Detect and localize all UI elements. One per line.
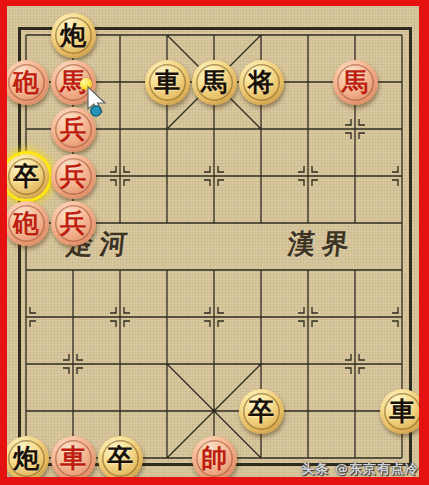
piece-black-general[interactable]: 将 — [239, 60, 284, 105]
piece-glyph: 帥 — [196, 440, 233, 477]
piece-black-soldier[interactable]: 卒 — [4, 154, 49, 199]
piece-glyph: 卒 — [8, 158, 45, 195]
piece-red-horse[interactable]: 馬 — [333, 60, 378, 105]
mouse-cursor-icon — [84, 84, 114, 118]
piece-glyph: 炮 — [8, 440, 45, 477]
piece-black-cannon[interactable]: 炮 — [51, 13, 96, 58]
xiangqi-app-screenshot: 楚河 漢界 炮砲馬車馬将馬兵卒兵砲兵卒車炮車卒帥 头条 @东京有点冷 — [0, 0, 429, 485]
pieces-layer: 炮砲馬車馬将馬兵卒兵砲兵卒車炮車卒帥 — [0, 0, 429, 485]
piece-glyph: 兵 — [55, 205, 92, 242]
piece-red-general[interactable]: 帥 — [192, 436, 237, 481]
piece-red-cannon[interactable]: 砲 — [4, 60, 49, 105]
piece-glyph: 砲 — [8, 205, 45, 242]
piece-black-cannon[interactable]: 炮 — [4, 436, 49, 481]
piece-red-soldier[interactable]: 兵 — [51, 154, 96, 199]
piece-glyph: 兵 — [55, 158, 92, 195]
piece-glyph: 馬 — [196, 64, 233, 101]
piece-glyph: 炮 — [55, 17, 92, 54]
piece-black-soldier[interactable]: 卒 — [239, 389, 284, 434]
piece-red-soldier[interactable]: 兵 — [51, 201, 96, 246]
piece-black-soldier[interactable]: 卒 — [98, 436, 143, 481]
piece-red-chariot[interactable]: 車 — [51, 436, 96, 481]
piece-glyph: 車 — [149, 64, 186, 101]
piece-red-cannon[interactable]: 砲 — [4, 201, 49, 246]
piece-glyph: 馬 — [337, 64, 374, 101]
piece-glyph: 卒 — [243, 393, 280, 430]
piece-glyph: 砲 — [8, 64, 45, 101]
piece-black-chariot[interactable]: 車 — [380, 389, 425, 434]
watermark-text: 头条 @东京有点冷 — [301, 460, 419, 478]
piece-glyph: 車 — [55, 440, 92, 477]
piece-black-horse[interactable]: 馬 — [192, 60, 237, 105]
piece-glyph: 車 — [384, 393, 421, 430]
piece-black-chariot[interactable]: 車 — [145, 60, 190, 105]
piece-glyph: 将 — [243, 64, 280, 101]
piece-glyph: 卒 — [102, 440, 139, 477]
